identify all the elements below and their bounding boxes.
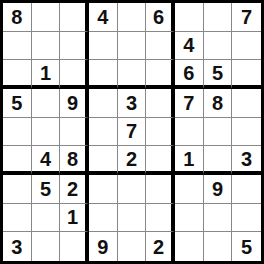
given-digit: 5 (241, 237, 252, 257)
given-digit: 1 (67, 207, 78, 227)
cell-r2c7[interactable]: 4 (175, 32, 204, 61)
cell-r7c9[interactable] (232, 175, 261, 204)
cell-r6c9[interactable]: 3 (232, 146, 261, 175)
cell-r6c8[interactable] (204, 146, 233, 175)
given-digit: 4 (40, 149, 51, 169)
cell-r4c9[interactable] (232, 89, 261, 118)
cell-r5c2[interactable] (32, 118, 61, 147)
cell-r4c7[interactable]: 7 (175, 89, 204, 118)
cell-r1c3[interactable] (60, 3, 89, 32)
cell-r6c4[interactable] (89, 146, 118, 175)
given-digit: 7 (241, 7, 252, 27)
given-digit: 5 (212, 63, 223, 83)
given-digit: 8 (67, 149, 78, 169)
cell-r9c2[interactable] (32, 232, 61, 261)
cell-r7c5[interactable] (118, 175, 147, 204)
cell-r1c2[interactable] (32, 3, 61, 32)
cell-r7c6[interactable] (146, 175, 175, 204)
cell-r4c6[interactable] (146, 89, 175, 118)
cell-r7c4[interactable] (89, 175, 118, 204)
cell-r8c9[interactable] (232, 204, 261, 233)
cell-r7c8[interactable]: 9 (204, 175, 233, 204)
cell-r4c3[interactable]: 9 (60, 89, 89, 118)
cell-r3c1[interactable] (3, 60, 32, 89)
cell-r3c9[interactable] (232, 60, 261, 89)
cell-r3c6[interactable] (146, 60, 175, 89)
cell-r1c4[interactable]: 4 (89, 3, 118, 32)
given-digit: 1 (183, 149, 194, 169)
cell-r7c7[interactable] (175, 175, 204, 204)
cell-r6c2[interactable]: 4 (32, 146, 61, 175)
given-digit: 4 (97, 7, 108, 27)
cell-r6c5[interactable]: 2 (118, 146, 147, 175)
given-digit: 1 (40, 63, 51, 83)
cell-r2c5[interactable] (118, 32, 147, 61)
cell-r9c5[interactable] (118, 232, 147, 261)
cell-r8c2[interactable] (32, 204, 61, 233)
cell-r5c7[interactable] (175, 118, 204, 147)
given-digit: 9 (97, 237, 108, 257)
cell-r8c8[interactable] (204, 204, 233, 233)
cell-r1c1[interactable]: 8 (3, 3, 32, 32)
cell-r6c3[interactable]: 8 (60, 146, 89, 175)
cell-r1c7[interactable] (175, 3, 204, 32)
given-digit: 7 (126, 121, 137, 141)
cell-r2c1[interactable] (3, 32, 32, 61)
cell-r9c9[interactable]: 5 (232, 232, 261, 261)
given-digit: 5 (11, 93, 22, 113)
cell-r2c4[interactable] (89, 32, 118, 61)
cell-r6c7[interactable]: 1 (175, 146, 204, 175)
cell-r9c3[interactable] (60, 232, 89, 261)
cell-r8c5[interactable] (118, 204, 147, 233)
cell-r5c9[interactable] (232, 118, 261, 147)
given-digit: 9 (212, 179, 223, 199)
cell-r5c1[interactable] (3, 118, 32, 147)
given-digit: 3 (11, 237, 22, 257)
given-digit: 8 (11, 7, 22, 27)
cell-r8c6[interactable] (146, 204, 175, 233)
cell-r2c2[interactable] (32, 32, 61, 61)
given-digit: 7 (183, 93, 194, 113)
cell-r1c8[interactable] (204, 3, 233, 32)
given-digit: 2 (67, 179, 78, 199)
cell-r9c6[interactable]: 2 (146, 232, 175, 261)
cell-r7c2[interactable]: 5 (32, 175, 61, 204)
cell-r9c4[interactable]: 9 (89, 232, 118, 261)
given-digit: 2 (126, 149, 137, 169)
cell-r6c1[interactable] (3, 146, 32, 175)
cell-r8c4[interactable] (89, 204, 118, 233)
cell-r8c1[interactable] (3, 204, 32, 233)
cell-r3c7[interactable]: 6 (175, 60, 204, 89)
given-digit: 4 (183, 35, 194, 55)
given-digit: 3 (126, 93, 137, 113)
cell-r7c3[interactable]: 2 (60, 175, 89, 204)
cell-r2c6[interactable] (146, 32, 175, 61)
given-digit: 6 (183, 63, 194, 83)
cell-r6c6[interactable] (146, 146, 175, 175)
cell-r4c2[interactable] (32, 89, 61, 118)
cell-r8c3[interactable]: 1 (60, 204, 89, 233)
cell-r3c3[interactable] (60, 60, 89, 89)
cell-r1c6[interactable]: 6 (146, 3, 175, 32)
given-digit: 8 (212, 93, 223, 113)
given-digit: 2 (153, 237, 164, 257)
given-digit: 3 (241, 149, 252, 169)
cell-r9c8[interactable] (204, 232, 233, 261)
cell-r1c9[interactable]: 7 (232, 3, 261, 32)
given-digit: 6 (153, 7, 164, 27)
sudoku-board: 846741655937874821352913925 (0, 0, 264, 264)
cell-r1c5[interactable] (118, 3, 147, 32)
cell-r2c8[interactable] (204, 32, 233, 61)
cell-r3c4[interactable] (89, 60, 118, 89)
cell-r5c6[interactable] (146, 118, 175, 147)
cell-r3c2[interactable]: 1 (32, 60, 61, 89)
cell-r9c7[interactable] (175, 232, 204, 261)
cell-r5c4[interactable] (89, 118, 118, 147)
cell-r4c5[interactable]: 3 (118, 89, 147, 118)
cell-r4c4[interactable] (89, 89, 118, 118)
cell-r5c3[interactable] (60, 118, 89, 147)
cell-r5c8[interactable] (204, 118, 233, 147)
cell-r8c7[interactable] (175, 204, 204, 233)
cell-r9c1[interactable]: 3 (3, 232, 32, 261)
cell-r3c8[interactable]: 5 (204, 60, 233, 89)
cell-r2c9[interactable] (232, 32, 261, 61)
cell-r2c3[interactable] (60, 32, 89, 61)
given-digit: 5 (40, 179, 51, 199)
given-digit: 9 (67, 93, 78, 113)
cell-r7c1[interactable] (3, 175, 32, 204)
cell-r5c5[interactable]: 7 (118, 118, 147, 147)
cell-r4c1[interactable]: 5 (3, 89, 32, 118)
cell-r4c8[interactable]: 8 (204, 89, 233, 118)
cell-r3c5[interactable] (118, 60, 147, 89)
